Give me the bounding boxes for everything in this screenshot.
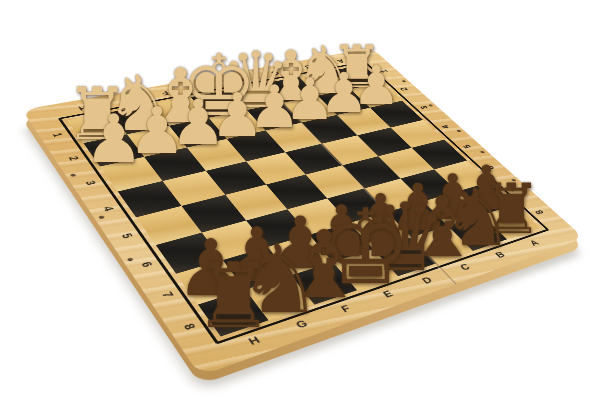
dark-rook-h8[interactable]: ♜: [193, 252, 273, 342]
pieces-layer: ♜♞♝♟♛♟♚♟♝♟♞♟♜♟♟♟♟♟♟♜♟♞♟♝♟♛♟♚♟♝♞♜: [0, 0, 600, 412]
chess-set-photo: 1122334455667788AABBCCDDEEFFGGHH ♜♞♝♟♛♟♚…: [0, 0, 600, 412]
light-pawn-h2[interactable]: ♟: [84, 106, 144, 173]
